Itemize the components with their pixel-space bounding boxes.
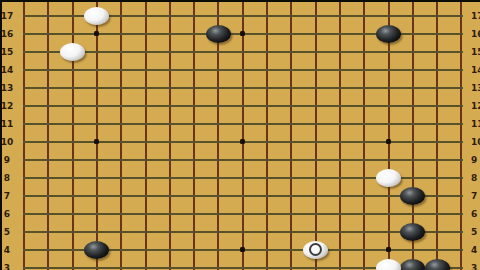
grid-hline xyxy=(23,231,463,233)
row-label-right: 7 xyxy=(471,191,480,201)
grid-hline xyxy=(23,105,463,107)
grid-hline xyxy=(23,69,463,71)
grid-vline xyxy=(266,0,268,270)
grid-hline xyxy=(23,123,463,125)
stone-black-R7[interactable] xyxy=(400,187,425,205)
stone-black-J16[interactable] xyxy=(206,25,231,43)
stone-black-Q16[interactable] xyxy=(376,25,401,43)
row-label-right: 14 xyxy=(471,65,480,75)
star-point-K4 xyxy=(240,247,245,252)
row-label-right: 12 xyxy=(471,101,480,111)
row-label-left: 3 xyxy=(0,263,14,270)
stone-black-R5[interactable] xyxy=(400,223,425,241)
row-label-left: 17 xyxy=(0,11,14,21)
grid-hline xyxy=(23,213,463,215)
grid-vline xyxy=(436,0,438,270)
row-label-left: 13 xyxy=(0,83,14,93)
row-label-right: 10 xyxy=(471,137,480,147)
grid-vline xyxy=(47,0,49,270)
row-label-left: 7 xyxy=(0,191,14,201)
stone-white-D17[interactable] xyxy=(84,7,109,25)
grid-vline xyxy=(460,0,462,270)
row-label-right: 15 xyxy=(471,47,480,57)
row-label-right: 8 xyxy=(471,173,480,183)
row-label-left: 14 xyxy=(0,65,14,75)
row-label-left: 9 xyxy=(0,155,14,165)
grid-vline xyxy=(72,0,74,270)
grid-vline xyxy=(23,0,25,270)
row-label-right: 5 xyxy=(471,227,480,237)
star-point-K16 xyxy=(240,31,245,36)
grid-hline xyxy=(23,195,463,197)
row-label-right: 4 xyxy=(471,245,480,255)
row-label-left: 4 xyxy=(0,245,14,255)
row-label-right: 9 xyxy=(471,155,480,165)
row-label-right: 16 xyxy=(471,29,480,39)
stone-white-Q3[interactable] xyxy=(376,259,401,270)
last-move-marker-N4 xyxy=(309,243,322,256)
row-label-right: 17 xyxy=(471,11,480,21)
star-point-K10 xyxy=(240,139,245,144)
grid-hline xyxy=(23,51,463,53)
stone-white-C15[interactable] xyxy=(60,43,85,61)
grid-vline xyxy=(169,0,171,270)
stone-black-S3[interactable] xyxy=(425,259,450,270)
row-label-left: 5 xyxy=(0,227,14,237)
star-point-D10 xyxy=(94,139,99,144)
row-label-left: 12 xyxy=(0,101,14,111)
row-label-right: 6 xyxy=(471,209,480,219)
row-label-left: 11 xyxy=(0,119,14,129)
stone-white-Q8[interactable] xyxy=(376,169,401,187)
row-label-right: 3 xyxy=(471,263,480,270)
star-point-Q10 xyxy=(386,139,391,144)
go-board[interactable]: 1717161615151414131312121111101099887766… xyxy=(0,0,480,270)
grid-vline xyxy=(315,0,317,270)
row-label-left: 15 xyxy=(0,47,14,57)
star-point-D16 xyxy=(94,31,99,36)
grid-vline xyxy=(339,0,341,270)
grid-vline xyxy=(96,0,98,270)
stone-black-R3[interactable] xyxy=(400,259,425,270)
video-frame: 1717161615151414131312121111101099887766… xyxy=(0,0,480,270)
grid-vline xyxy=(120,0,122,270)
row-label-left: 16 xyxy=(0,29,14,39)
row-label-right: 13 xyxy=(471,83,480,93)
grid-hline xyxy=(23,159,463,161)
frame-top-edge xyxy=(0,0,480,2)
row-label-left: 8 xyxy=(0,173,14,183)
grid-vline xyxy=(363,0,365,270)
row-label-left: 10 xyxy=(0,137,14,147)
grid-vline xyxy=(193,0,195,270)
star-point-Q4 xyxy=(386,247,391,252)
frame-left-edge xyxy=(0,0,2,270)
grid-vline xyxy=(290,0,292,270)
grid-vline xyxy=(145,0,147,270)
grid-hline xyxy=(23,87,463,89)
row-label-left: 6 xyxy=(0,209,14,219)
row-label-right: 11 xyxy=(471,119,480,129)
stone-black-D4[interactable] xyxy=(84,241,109,259)
grid-vline xyxy=(242,0,244,270)
